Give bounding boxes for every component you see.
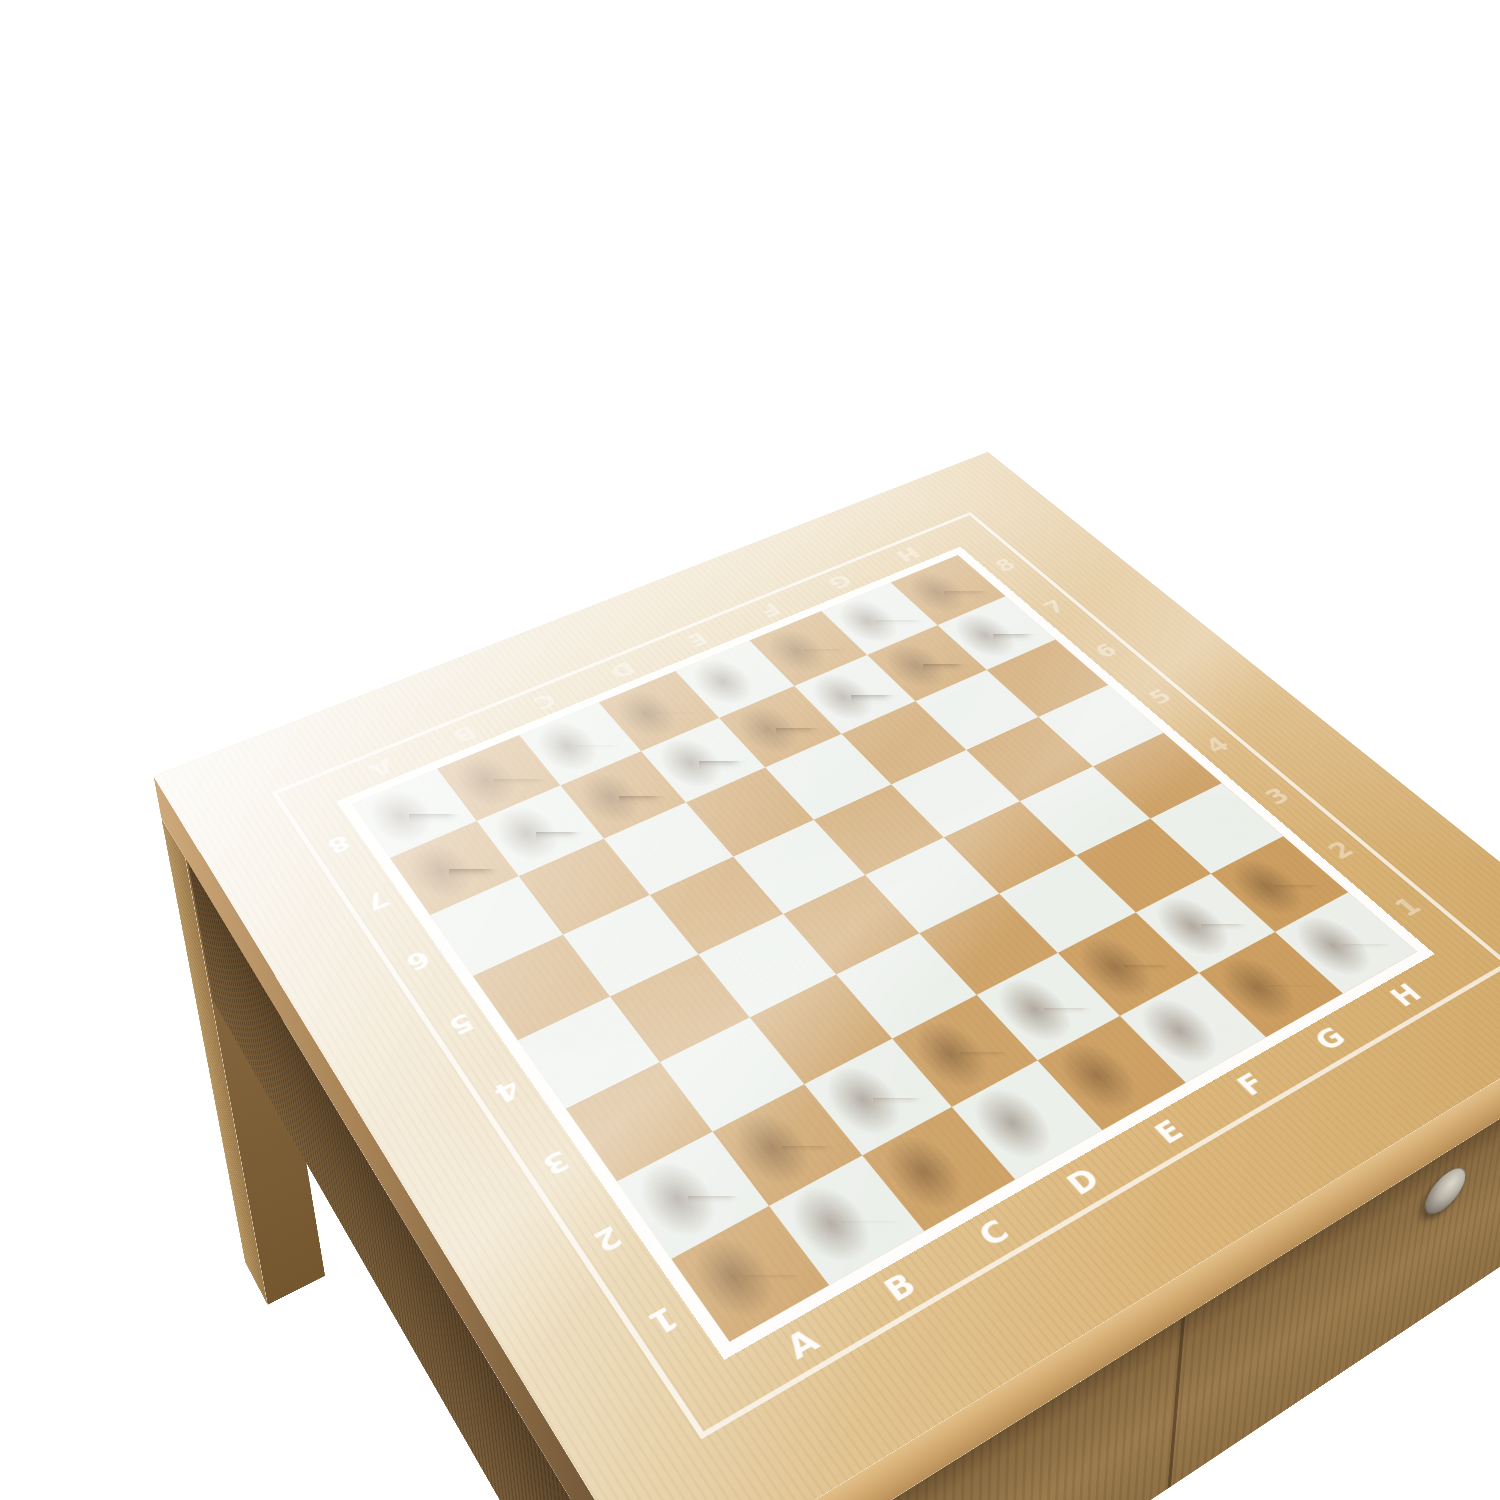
chess-table: ABCDEFGH 12345678 ABCDEFGH 12345678 ♜♟♟♜… bbox=[153, 452, 1500, 1500]
drawer-knob[interactable] bbox=[1422, 1159, 1469, 1224]
white-rook-glyph: ♜ bbox=[613, 1126, 876, 1287]
drawer-seam bbox=[1168, 1316, 1186, 1489]
photo-stage: ABCDEFGH 12345678 ABCDEFGH 12345678 ♜♟♟♜… bbox=[0, 0, 1500, 1500]
black-pawn-glyph: ♟ bbox=[340, 763, 559, 879]
scene: ABCDEFGH 12345678 ABCDEFGH 12345678 ♜♟♟♜… bbox=[0, 0, 1500, 1500]
